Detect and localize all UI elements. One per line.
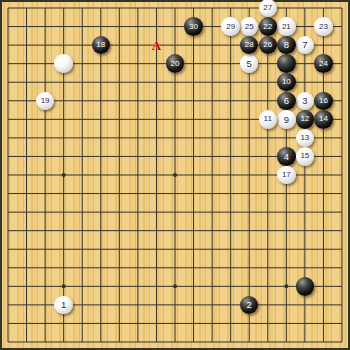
- setup-stone-black: [296, 277, 315, 296]
- stone-white-11: 11: [259, 110, 278, 129]
- board-grid: [0, 0, 350, 350]
- star-point: [173, 284, 177, 288]
- stone-black-10: 10: [277, 73, 296, 92]
- stone-black-6: 6: [277, 92, 296, 111]
- stone-white-15: 15: [296, 147, 315, 166]
- go-board[interactable]: 1234567891011121314151617181920212223242…: [0, 0, 350, 350]
- stone-black-8: 8: [277, 36, 296, 55]
- stone-white-25: 25: [240, 17, 259, 36]
- star-point: [62, 173, 66, 177]
- stone-black-14: 14: [314, 110, 333, 129]
- stone-white-21: 21: [277, 17, 296, 36]
- stone-black-24: 24: [314, 54, 333, 73]
- stone-white-1: 1: [54, 296, 73, 315]
- stone-white-13: 13: [296, 129, 315, 148]
- stone-black-20: 20: [166, 54, 185, 73]
- stone-white-9: 9: [277, 110, 296, 129]
- setup-stone-black: [277, 54, 296, 73]
- point-label-A: A: [152, 39, 161, 52]
- stone-black-22: 22: [259, 17, 278, 36]
- star-point: [173, 173, 177, 177]
- stone-white-29: 29: [221, 17, 240, 36]
- stone-black-4: 4: [277, 147, 296, 166]
- star-point: [284, 284, 288, 288]
- stone-white-17: 17: [277, 166, 296, 185]
- stone-black-16: 16: [314, 92, 333, 111]
- stone-black-12: 12: [296, 110, 315, 129]
- stone-black-30: 30: [184, 17, 203, 36]
- setup-stone-white: [54, 54, 73, 73]
- stone-white-23: 23: [314, 17, 333, 36]
- stone-white-3: 3: [296, 92, 315, 111]
- star-point: [62, 284, 66, 288]
